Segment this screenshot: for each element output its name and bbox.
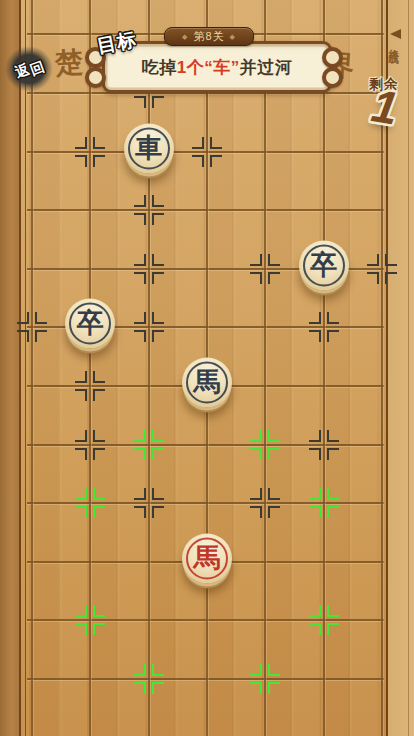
- piece-black-chariot[interactable]: 車: [124, 123, 174, 173]
- point-marker-corner: [75, 371, 87, 383]
- move-target-marker[interactable]: [75, 605, 105, 635]
- point-marker-corner: [152, 272, 164, 284]
- ornament-diamond-right-icon: ◆: [230, 33, 236, 40]
- point-marker: [309, 312, 339, 342]
- point-marker-corner: [134, 312, 146, 324]
- point-marker-corner: [152, 312, 164, 324]
- move-target-marker-corner: [93, 623, 105, 635]
- game-screen: 楚 界 車卒卒馬馬 吃掉1个“车”并过河 ◆ 第8关 ◆ 目标 返回 终点线 剩…: [0, 0, 414, 736]
- board-grid-vline: [31, 0, 33, 736]
- goal-text-highlight: 1个“车”: [177, 56, 240, 79]
- move-target-marker-corner: [268, 664, 280, 676]
- point-marker-corner: [268, 254, 280, 266]
- move-target-marker-corner: [309, 623, 321, 635]
- point-marker-corner: [250, 272, 262, 284]
- move-target-marker-corner: [250, 682, 262, 694]
- point-marker-corner: [309, 330, 321, 342]
- move-target-marker-corner: [134, 664, 146, 676]
- move-target-marker[interactable]: [309, 488, 339, 518]
- point-marker-corner: [152, 330, 164, 342]
- point-marker-corner: [152, 488, 164, 500]
- level-banner: ◆ 第8关 ◆: [164, 27, 254, 46]
- ornament-diamond-left-icon: ◆: [182, 33, 188, 40]
- move-target-marker-corner: [152, 430, 164, 442]
- point-marker: [75, 137, 105, 167]
- move-target-marker-corner: [327, 605, 339, 617]
- point-marker-corner: [134, 195, 146, 207]
- move-target-marker[interactable]: [250, 664, 280, 694]
- board-left-inner-border: [25, 0, 26, 736]
- point-marker-corner: [134, 488, 146, 500]
- point-marker-corner: [152, 195, 164, 207]
- move-target-marker-corner: [327, 488, 339, 500]
- move-target-marker-corner: [134, 430, 146, 442]
- finish-line-label: 终点线: [388, 41, 402, 48]
- point-marker-corner: [17, 330, 29, 342]
- move-target-marker-corner: [327, 623, 339, 635]
- point-marker: [75, 371, 105, 401]
- move-target-marker-corner: [134, 682, 146, 694]
- piece-red-horse[interactable]: 馬: [182, 533, 232, 583]
- piece-character: 卒: [65, 299, 115, 349]
- point-marker: [250, 254, 280, 284]
- point-marker-corner: [93, 448, 105, 460]
- move-target-marker-corner: [250, 430, 262, 442]
- point-marker-corner: [75, 448, 87, 460]
- finish-line-arrow-icon: [390, 29, 401, 39]
- point-marker-corner: [152, 96, 164, 108]
- point-marker-corner: [192, 137, 204, 149]
- move-target-marker-corner: [75, 506, 87, 518]
- move-target-marker[interactable]: [309, 605, 339, 635]
- point-marker-corner: [35, 312, 47, 324]
- point-marker-corner: [152, 254, 164, 266]
- point-marker-corner: [367, 272, 379, 284]
- point-marker-corner: [134, 96, 146, 108]
- move-target-marker-corner: [250, 664, 262, 676]
- point-marker: [250, 488, 280, 518]
- point-marker-corner: [367, 254, 379, 266]
- point-marker: [134, 312, 164, 342]
- move-target-marker-corner: [268, 682, 280, 694]
- point-marker-corner: [93, 137, 105, 149]
- move-target-marker-corner: [75, 605, 87, 617]
- piece-black-horse[interactable]: 馬: [182, 358, 232, 408]
- move-target-marker-corner: [309, 488, 321, 500]
- piece-character: 馬: [182, 358, 232, 408]
- point-marker-corner: [75, 430, 87, 442]
- back-button-label: 返回: [13, 56, 45, 82]
- board-grid-vline: [264, 0, 266, 736]
- point-marker-corner: [134, 330, 146, 342]
- move-target-marker-corner: [134, 448, 146, 460]
- river-watermark-left: 楚: [54, 43, 85, 83]
- point-marker-corner: [93, 430, 105, 442]
- point-marker-corner: [93, 371, 105, 383]
- point-marker: [192, 137, 222, 167]
- point-marker-corner: [93, 389, 105, 401]
- move-target-marker[interactable]: [250, 430, 280, 460]
- point-marker-corner: [152, 506, 164, 518]
- point-marker-corner: [327, 312, 339, 324]
- point-marker-corner: [134, 506, 146, 518]
- banner-scroll-ornament: [322, 67, 343, 88]
- point-marker-corner: [152, 213, 164, 225]
- level-label: 第8关: [193, 29, 224, 44]
- move-target-marker-corner: [268, 448, 280, 460]
- point-marker-corner: [75, 389, 87, 401]
- move-target-marker-corner: [152, 682, 164, 694]
- point-marker-corner: [75, 155, 87, 167]
- wood-seam: [408, 0, 409, 736]
- move-target-marker[interactable]: [134, 430, 164, 460]
- goal-text-suffix: 并过河: [240, 56, 293, 79]
- point-marker-corner: [210, 155, 222, 167]
- move-target-marker-corner: [93, 506, 105, 518]
- piece-character: 卒: [299, 240, 349, 290]
- point-marker-corner: [192, 155, 204, 167]
- piece-character: 馬: [182, 533, 232, 583]
- move-target-marker-corner: [327, 506, 339, 518]
- move-target-marker-corner: [152, 448, 164, 460]
- piece-black-soldier[interactable]: 卒: [65, 299, 115, 349]
- point-marker: [134, 254, 164, 284]
- point-marker-corner: [268, 488, 280, 500]
- point-marker: [134, 488, 164, 518]
- point-marker-corner: [327, 448, 339, 460]
- point-marker-corner: [327, 330, 339, 342]
- point-marker-corner: [250, 488, 262, 500]
- banner-scroll-ornament: [85, 67, 106, 88]
- move-target-marker-corner: [93, 605, 105, 617]
- point-marker-corner: [309, 312, 321, 324]
- board-left-margin: [0, 0, 19, 736]
- point-marker: [309, 430, 339, 460]
- point-marker-corner: [268, 506, 280, 518]
- move-target-marker-corner: [309, 605, 321, 617]
- point-marker-corner: [327, 430, 339, 442]
- point-marker-corner: [75, 137, 87, 149]
- point-marker: [75, 430, 105, 460]
- piece-character: 車: [124, 123, 174, 173]
- move-target-marker-corner: [93, 488, 105, 500]
- point-marker-corner: [385, 272, 397, 284]
- banner-scroll-ornament: [322, 47, 343, 68]
- xiangqi-board[interactable]: 楚 界 車卒卒馬馬: [0, 0, 414, 736]
- goal-text-prefix: 吃掉: [142, 56, 177, 79]
- point-marker-corner: [134, 272, 146, 284]
- move-target-marker-corner: [309, 506, 321, 518]
- point-marker-corner: [250, 506, 262, 518]
- point-marker-corner: [385, 254, 397, 266]
- point-marker-corner: [134, 254, 146, 266]
- move-target-marker[interactable]: [75, 488, 105, 518]
- point-marker-corner: [309, 448, 321, 460]
- move-target-marker-corner: [152, 664, 164, 676]
- point-marker-corner: [250, 254, 262, 266]
- move-target-marker-corner: [268, 430, 280, 442]
- piece-black-soldier[interactable]: 卒: [299, 240, 349, 290]
- back-char-2: 回: [28, 58, 47, 80]
- point-marker-corner: [93, 155, 105, 167]
- point-marker-corner: [268, 272, 280, 284]
- move-target-marker-corner: [75, 488, 87, 500]
- point-marker-corner: [35, 330, 47, 342]
- point-marker-corner: [134, 213, 146, 225]
- point-marker: [367, 254, 397, 284]
- move-target-marker-corner: [75, 623, 87, 635]
- move-target-marker[interactable]: [134, 664, 164, 694]
- point-marker: [134, 195, 164, 225]
- point-marker-corner: [210, 137, 222, 149]
- point-marker-corner: [309, 430, 321, 442]
- board-grid-vline: [148, 0, 150, 736]
- board-left-border: [19, 0, 21, 736]
- point-marker: [17, 312, 47, 342]
- point-marker-corner: [17, 312, 29, 324]
- back-button[interactable]: 返回: [5, 46, 53, 92]
- move-target-marker-corner: [250, 448, 262, 460]
